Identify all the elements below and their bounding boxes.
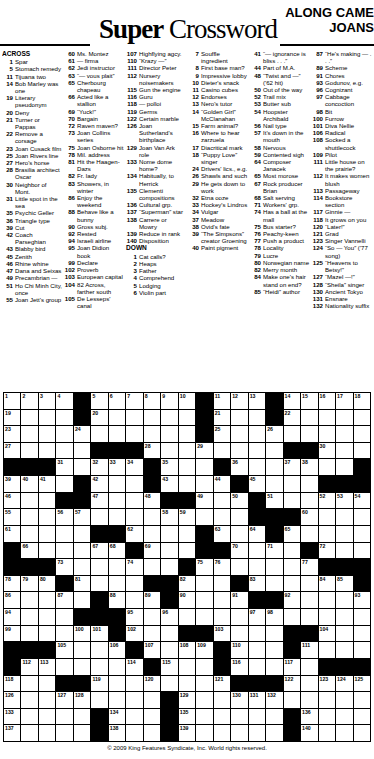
grid-cell[interactable]: 68 bbox=[109, 543, 125, 559]
grid-cell[interactable]: 4 bbox=[56, 393, 72, 409]
grid-cell[interactable] bbox=[39, 692, 55, 708]
grid-cell[interactable] bbox=[231, 426, 247, 442]
grid-cell[interactable]: 129 bbox=[179, 692, 195, 708]
grid-cell[interactable]: 135 bbox=[179, 709, 195, 725]
grid-cell[interactable] bbox=[214, 709, 230, 725]
grid-cell[interactable] bbox=[336, 543, 352, 559]
grid-cell[interactable] bbox=[336, 642, 352, 658]
grid-cell[interactable]: 7 bbox=[126, 393, 142, 409]
grid-cell[interactable] bbox=[56, 410, 72, 426]
grid-cell[interactable] bbox=[354, 543, 370, 559]
grid-cell[interactable] bbox=[231, 609, 247, 625]
grid-cell[interactable] bbox=[319, 692, 335, 708]
grid-cell[interactable]: 25 bbox=[214, 426, 230, 442]
grid-cell[interactable] bbox=[126, 576, 142, 592]
grid-cell[interactable] bbox=[284, 609, 300, 625]
grid-cell[interactable]: 114 bbox=[126, 659, 142, 675]
grid-cell[interactable] bbox=[196, 592, 212, 608]
grid-cell[interactable]: 86 bbox=[4, 592, 20, 608]
grid-cell[interactable] bbox=[21, 426, 37, 442]
grid-cell[interactable] bbox=[319, 592, 335, 608]
grid-cell[interactable] bbox=[109, 410, 125, 426]
grid-cell[interactable]: 58 bbox=[161, 509, 177, 525]
grid-cell[interactable]: 13 bbox=[249, 393, 265, 409]
grid-cell[interactable] bbox=[56, 443, 72, 459]
grid-cell[interactable] bbox=[39, 443, 55, 459]
grid-cell[interactable] bbox=[74, 659, 90, 675]
grid-cell[interactable]: 101 bbox=[91, 626, 107, 642]
grid-cell[interactable] bbox=[249, 725, 265, 741]
grid-cell[interactable]: 19 bbox=[4, 410, 20, 426]
grid-cell[interactable]: 103 bbox=[214, 626, 230, 642]
grid-cell[interactable]: 42 bbox=[91, 476, 107, 492]
grid-cell[interactable] bbox=[161, 559, 177, 575]
grid-cell[interactable] bbox=[336, 725, 352, 741]
grid-cell[interactable] bbox=[249, 626, 265, 642]
grid-cell[interactable]: 41 bbox=[39, 476, 55, 492]
grid-cell[interactable] bbox=[319, 709, 335, 725]
grid-cell[interactable] bbox=[144, 709, 160, 725]
grid-cell[interactable]: 112 bbox=[21, 659, 37, 675]
grid-cell[interactable] bbox=[231, 626, 247, 642]
grid-cell[interactable]: 122 bbox=[284, 676, 300, 692]
grid-cell[interactable] bbox=[56, 659, 72, 675]
grid-cell[interactable] bbox=[214, 493, 230, 509]
grid-cell[interactable] bbox=[161, 526, 177, 542]
grid-cell[interactable] bbox=[126, 692, 142, 708]
grid-cell[interactable]: 92 bbox=[284, 592, 300, 608]
grid-cell[interactable]: 117 bbox=[284, 659, 300, 675]
grid-cell[interactable] bbox=[126, 493, 142, 509]
grid-cell[interactable] bbox=[39, 493, 55, 509]
grid-cell[interactable] bbox=[161, 642, 177, 658]
grid-cell[interactable] bbox=[354, 526, 370, 542]
grid-cell[interactable] bbox=[109, 426, 125, 442]
grid-cell[interactable]: 125 bbox=[354, 676, 370, 692]
grid-cell[interactable]: 59 bbox=[179, 509, 195, 525]
grid-cell[interactable] bbox=[214, 592, 230, 608]
grid-cell[interactable] bbox=[319, 426, 335, 442]
grid-cell[interactable] bbox=[196, 476, 212, 492]
grid-cell[interactable] bbox=[39, 592, 55, 608]
grid-cell[interactable] bbox=[39, 676, 55, 692]
grid-cell[interactable] bbox=[266, 459, 282, 475]
grid-cell[interactable] bbox=[91, 659, 107, 675]
grid-cell[interactable]: 37 bbox=[284, 459, 300, 475]
grid-cell[interactable] bbox=[109, 493, 125, 509]
grid-cell[interactable] bbox=[21, 709, 37, 725]
grid-cell[interactable] bbox=[249, 709, 265, 725]
grid-cell[interactable] bbox=[301, 659, 317, 675]
grid-cell[interactable] bbox=[301, 493, 317, 509]
grid-cell[interactable] bbox=[319, 526, 335, 542]
grid-cell[interactable]: 138 bbox=[109, 725, 125, 741]
grid-cell[interactable] bbox=[301, 676, 317, 692]
grid-cell[interactable] bbox=[196, 609, 212, 625]
grid-cell[interactable]: 133 bbox=[4, 709, 20, 725]
grid-cell[interactable] bbox=[21, 725, 37, 741]
grid-cell[interactable]: 107 bbox=[144, 642, 160, 658]
grid-cell[interactable]: 55 bbox=[4, 509, 20, 525]
grid-cell[interactable]: 74 bbox=[126, 559, 142, 575]
grid-cell[interactable] bbox=[336, 526, 352, 542]
grid-cell[interactable] bbox=[284, 493, 300, 509]
grid-cell[interactable] bbox=[161, 543, 177, 559]
grid-cell[interactable]: 81 bbox=[74, 576, 90, 592]
grid-cell[interactable] bbox=[214, 509, 230, 525]
grid-cell[interactable] bbox=[179, 526, 195, 542]
grid-cell[interactable] bbox=[196, 709, 212, 725]
grid-cell[interactable] bbox=[319, 509, 335, 525]
grid-cell[interactable] bbox=[109, 509, 125, 525]
grid-cell[interactable] bbox=[91, 692, 107, 708]
grid-cell[interactable]: 140 bbox=[301, 725, 317, 741]
grid-cell[interactable] bbox=[196, 659, 212, 675]
grid-cell[interactable] bbox=[354, 725, 370, 741]
grid-cell[interactable] bbox=[249, 443, 265, 459]
grid-cell[interactable] bbox=[179, 410, 195, 426]
grid-cell[interactable] bbox=[21, 676, 37, 692]
grid-cell[interactable] bbox=[354, 410, 370, 426]
grid-cell[interactable]: 85 bbox=[336, 576, 352, 592]
grid-cell[interactable] bbox=[336, 443, 352, 459]
grid-cell[interactable] bbox=[39, 709, 55, 725]
grid-cell[interactable]: 22 bbox=[284, 410, 300, 426]
grid-cell[interactable]: 136 bbox=[301, 709, 317, 725]
grid-cell[interactable]: 56 bbox=[56, 509, 72, 525]
grid-cell[interactable]: 46 bbox=[4, 493, 20, 509]
grid-cell[interactable] bbox=[249, 459, 265, 475]
grid-cell[interactable] bbox=[179, 443, 195, 459]
grid-cell[interactable]: 53 bbox=[336, 493, 352, 509]
grid-cell[interactable] bbox=[214, 609, 230, 625]
grid-cell[interactable]: 62 bbox=[126, 526, 142, 542]
grid-cell[interactable] bbox=[319, 725, 335, 741]
grid-cell[interactable] bbox=[266, 659, 282, 675]
grid-cell[interactable] bbox=[21, 626, 37, 642]
grid-cell[interactable] bbox=[301, 476, 317, 492]
grid-cell[interactable]: 80 bbox=[39, 576, 55, 592]
grid-cell[interactable]: 94 bbox=[4, 609, 20, 625]
grid-cell[interactable] bbox=[214, 443, 230, 459]
grid-cell[interactable] bbox=[336, 692, 352, 708]
grid-cell[interactable] bbox=[266, 559, 282, 575]
grid-cell[interactable]: 18 bbox=[354, 393, 370, 409]
grid-cell[interactable] bbox=[91, 576, 107, 592]
grid-cell[interactable]: 120 bbox=[144, 676, 160, 692]
grid-cell[interactable] bbox=[266, 476, 282, 492]
grid-cell[interactable]: 84 bbox=[319, 576, 335, 592]
grid-cell[interactable]: 76 bbox=[214, 559, 230, 575]
grid-cell[interactable]: 47 bbox=[91, 493, 107, 509]
grid-cell[interactable] bbox=[354, 642, 370, 658]
grid-cell[interactable] bbox=[74, 709, 90, 725]
grid-cell[interactable]: 102 bbox=[126, 626, 142, 642]
grid-cell[interactable]: 60 bbox=[301, 509, 317, 525]
grid-cell[interactable] bbox=[126, 410, 142, 426]
grid-cell[interactable] bbox=[74, 526, 90, 542]
grid-cell[interactable] bbox=[196, 676, 212, 692]
grid-cell[interactable] bbox=[21, 493, 37, 509]
grid-cell[interactable] bbox=[231, 526, 247, 542]
grid-cell[interactable]: 75 bbox=[196, 559, 212, 575]
grid-cell[interactable] bbox=[231, 559, 247, 575]
grid-cell[interactable]: 28 bbox=[144, 443, 160, 459]
grid-cell[interactable] bbox=[196, 692, 212, 708]
crossword-grid[interactable]: 1234567891011121314151617181920212223242… bbox=[3, 392, 371, 742]
grid-cell[interactable] bbox=[336, 709, 352, 725]
grid-cell[interactable]: 34 bbox=[126, 459, 142, 475]
grid-cell[interactable]: 31 bbox=[56, 459, 72, 475]
grid-cell[interactable]: 10 bbox=[179, 393, 195, 409]
grid-cell[interactable]: 1 bbox=[4, 393, 20, 409]
grid-cell[interactable] bbox=[21, 509, 37, 525]
grid-cell[interactable] bbox=[354, 426, 370, 442]
grid-cell[interactable] bbox=[284, 426, 300, 442]
grid-cell[interactable] bbox=[56, 626, 72, 642]
grid-cell[interactable] bbox=[109, 476, 125, 492]
grid-cell[interactable] bbox=[39, 526, 55, 542]
grid-cell[interactable]: 121 bbox=[214, 676, 230, 692]
grid-cell[interactable] bbox=[354, 709, 370, 725]
grid-cell[interactable] bbox=[266, 626, 282, 642]
grid-cell[interactable] bbox=[319, 642, 335, 658]
grid-cell[interactable] bbox=[109, 659, 125, 675]
grid-cell[interactable] bbox=[144, 426, 160, 442]
grid-cell[interactable]: 50 bbox=[231, 493, 247, 509]
grid-cell[interactable] bbox=[336, 626, 352, 642]
grid-cell[interactable] bbox=[249, 410, 265, 426]
grid-cell[interactable] bbox=[354, 509, 370, 525]
grid-cell[interactable] bbox=[266, 642, 282, 658]
grid-cell[interactable]: 96 bbox=[161, 609, 177, 625]
grid-cell[interactable] bbox=[284, 576, 300, 592]
grid-cell[interactable] bbox=[336, 509, 352, 525]
grid-cell[interactable] bbox=[126, 509, 142, 525]
grid-cell[interactable]: 93 bbox=[354, 592, 370, 608]
grid-cell[interactable]: 65 bbox=[284, 526, 300, 542]
grid-cell[interactable] bbox=[196, 725, 212, 741]
grid-cell[interactable]: 21 bbox=[214, 410, 230, 426]
grid-cell[interactable]: 131 bbox=[249, 692, 265, 708]
grid-cell[interactable]: 52 bbox=[319, 493, 335, 509]
grid-cell[interactable] bbox=[56, 709, 72, 725]
grid-cell[interactable]: 139 bbox=[179, 725, 195, 741]
grid-cell[interactable]: 17 bbox=[336, 393, 352, 409]
grid-cell[interactable]: 105 bbox=[56, 642, 72, 658]
grid-cell[interactable]: 97 bbox=[249, 609, 265, 625]
grid-cell[interactable] bbox=[74, 459, 90, 475]
grid-cell[interactable]: 12 bbox=[231, 393, 247, 409]
grid-cell[interactable] bbox=[336, 592, 352, 608]
grid-cell[interactable]: 95 bbox=[126, 609, 142, 625]
grid-cell[interactable] bbox=[144, 626, 160, 642]
grid-cell[interactable]: 35 bbox=[161, 459, 177, 475]
grid-cell[interactable] bbox=[179, 676, 195, 692]
grid-cell[interactable] bbox=[301, 576, 317, 592]
grid-cell[interactable] bbox=[301, 609, 317, 625]
grid-cell[interactable] bbox=[21, 692, 37, 708]
grid-cell[interactable]: 32 bbox=[91, 459, 107, 475]
grid-cell[interactable] bbox=[161, 676, 177, 692]
grid-cell[interactable] bbox=[336, 609, 352, 625]
grid-cell[interactable] bbox=[39, 426, 55, 442]
grid-cell[interactable]: 36 bbox=[231, 459, 247, 475]
grid-cell[interactable]: 124 bbox=[336, 676, 352, 692]
grid-cell[interactable] bbox=[144, 692, 160, 708]
grid-cell[interactable]: 79 bbox=[21, 576, 37, 592]
grid-cell[interactable]: 15 bbox=[301, 393, 317, 409]
grid-cell[interactable]: 8 bbox=[144, 393, 160, 409]
grid-cell[interactable] bbox=[56, 426, 72, 442]
grid-cell[interactable] bbox=[249, 543, 265, 559]
grid-cell[interactable]: 45 bbox=[249, 476, 265, 492]
grid-cell[interactable] bbox=[196, 459, 212, 475]
grid-cell[interactable]: 132 bbox=[266, 692, 282, 708]
grid-cell[interactable] bbox=[214, 725, 230, 741]
grid-cell[interactable] bbox=[319, 410, 335, 426]
grid-cell[interactable] bbox=[21, 609, 37, 625]
grid-cell[interactable] bbox=[74, 443, 90, 459]
grid-cell[interactable]: 98 bbox=[266, 609, 282, 625]
grid-cell[interactable] bbox=[249, 426, 265, 442]
grid-cell[interactable] bbox=[109, 676, 125, 692]
grid-cell[interactable]: 9 bbox=[161, 393, 177, 409]
grid-cell[interactable] bbox=[336, 426, 352, 442]
grid-cell[interactable] bbox=[39, 543, 55, 559]
grid-cell[interactable]: 61 bbox=[4, 526, 20, 542]
grid-cell[interactable] bbox=[144, 526, 160, 542]
grid-cell[interactable]: 70 bbox=[231, 543, 247, 559]
grid-cell[interactable]: 2 bbox=[21, 393, 37, 409]
grid-cell[interactable]: 67 bbox=[91, 543, 107, 559]
grid-cell[interactable] bbox=[126, 592, 142, 608]
grid-cell[interactable]: 88 bbox=[109, 592, 125, 608]
grid-cell[interactable] bbox=[56, 609, 72, 625]
grid-cell[interactable]: 49 bbox=[196, 493, 212, 509]
grid-cell[interactable] bbox=[161, 410, 177, 426]
grid-cell[interactable]: 77 bbox=[301, 559, 317, 575]
grid-cell[interactable]: 127 bbox=[56, 692, 72, 708]
grid-cell[interactable] bbox=[231, 709, 247, 725]
grid-cell[interactable]: 118 bbox=[4, 676, 20, 692]
grid-cell[interactable]: 48 bbox=[144, 493, 160, 509]
grid-cell[interactable]: 137 bbox=[4, 725, 20, 741]
grid-cell[interactable] bbox=[319, 459, 335, 475]
grid-cell[interactable]: 5 bbox=[91, 393, 107, 409]
grid-cell[interactable] bbox=[301, 592, 317, 608]
grid-cell[interactable] bbox=[214, 576, 230, 592]
grid-cell[interactable] bbox=[39, 609, 55, 625]
grid-cell[interactable]: 33 bbox=[109, 459, 125, 475]
grid-cell[interactable]: 39 bbox=[4, 476, 20, 492]
grid-cell[interactable] bbox=[144, 559, 160, 575]
grid-cell[interactable]: 110 bbox=[231, 642, 247, 658]
grid-cell[interactable]: 100 bbox=[74, 626, 90, 642]
grid-cell[interactable] bbox=[231, 443, 247, 459]
grid-cell[interactable] bbox=[109, 559, 125, 575]
grid-cell[interactable]: 106 bbox=[109, 642, 125, 658]
grid-cell[interactable] bbox=[284, 543, 300, 559]
grid-cell[interactable]: 64 bbox=[249, 526, 265, 542]
grid-cell[interactable]: 128 bbox=[74, 692, 90, 708]
grid-cell[interactable] bbox=[301, 692, 317, 708]
grid-cell[interactable] bbox=[179, 543, 195, 559]
grid-cell[interactable] bbox=[354, 692, 370, 708]
grid-cell[interactable] bbox=[336, 410, 352, 426]
grid-cell[interactable] bbox=[179, 609, 195, 625]
grid-cell[interactable]: 116 bbox=[231, 659, 247, 675]
grid-cell[interactable] bbox=[161, 426, 177, 442]
grid-cell[interactable]: 54 bbox=[354, 493, 370, 509]
grid-cell[interactable]: 51 bbox=[266, 493, 282, 509]
grid-cell[interactable]: 91 bbox=[231, 592, 247, 608]
grid-cell[interactable] bbox=[91, 559, 107, 575]
grid-cell[interactable] bbox=[284, 692, 300, 708]
grid-cell[interactable] bbox=[39, 509, 55, 525]
grid-cell[interactable] bbox=[284, 476, 300, 492]
grid-cell[interactable]: 26 bbox=[266, 426, 282, 442]
grid-cell[interactable]: 43 bbox=[161, 476, 177, 492]
grid-cell[interactable]: 27 bbox=[4, 443, 20, 459]
grid-cell[interactable] bbox=[231, 410, 247, 426]
grid-cell[interactable]: 123 bbox=[319, 676, 335, 692]
grid-cell[interactable]: 6 bbox=[109, 393, 125, 409]
grid-cell[interactable]: 90 bbox=[179, 592, 195, 608]
grid-cell[interactable]: 24 bbox=[74, 426, 90, 442]
grid-cell[interactable]: 104 bbox=[319, 626, 335, 642]
grid-cell[interactable]: 82 bbox=[179, 576, 195, 592]
grid-cell[interactable] bbox=[301, 526, 317, 542]
grid-cell[interactable]: 99 bbox=[4, 626, 20, 642]
grid-cell[interactable]: 40 bbox=[21, 476, 37, 492]
grid-cell[interactable] bbox=[144, 509, 160, 525]
grid-cell[interactable] bbox=[196, 576, 212, 592]
grid-cell[interactable] bbox=[56, 526, 72, 542]
grid-cell[interactable] bbox=[126, 426, 142, 442]
grid-cell[interactable] bbox=[21, 592, 37, 608]
grid-cell[interactable] bbox=[39, 410, 55, 426]
grid-cell[interactable] bbox=[74, 592, 90, 608]
grid-cell[interactable] bbox=[126, 676, 142, 692]
grid-cell[interactable]: 72 bbox=[319, 543, 335, 559]
grid-cell[interactable] bbox=[249, 559, 265, 575]
grid-cell[interactable] bbox=[21, 410, 37, 426]
grid-cell[interactable] bbox=[56, 543, 72, 559]
grid-cell[interactable]: 89 bbox=[144, 592, 160, 608]
grid-cell[interactable]: 71 bbox=[266, 543, 282, 559]
grid-cell[interactable] bbox=[266, 443, 282, 459]
grid-cell[interactable]: 11 bbox=[214, 393, 230, 409]
grid-cell[interactable] bbox=[21, 526, 37, 542]
grid-cell[interactable]: 14 bbox=[284, 393, 300, 409]
grid-cell[interactable] bbox=[301, 426, 317, 442]
grid-cell[interactable]: 3 bbox=[39, 393, 55, 409]
grid-cell[interactable] bbox=[319, 609, 335, 625]
grid-cell[interactable] bbox=[161, 626, 177, 642]
grid-cell[interactable] bbox=[144, 609, 160, 625]
grid-cell[interactable] bbox=[91, 509, 107, 525]
grid-cell[interactable] bbox=[231, 509, 247, 525]
grid-cell[interactable] bbox=[126, 476, 142, 492]
grid-cell[interactable] bbox=[91, 426, 107, 442]
grid-cell[interactable] bbox=[179, 659, 195, 675]
grid-cell[interactable] bbox=[179, 476, 195, 492]
grid-cell[interactable] bbox=[249, 642, 265, 658]
grid-cell[interactable]: 57 bbox=[74, 509, 90, 525]
grid-cell[interactable] bbox=[109, 576, 125, 592]
grid-cell[interactable]: 130 bbox=[231, 692, 247, 708]
